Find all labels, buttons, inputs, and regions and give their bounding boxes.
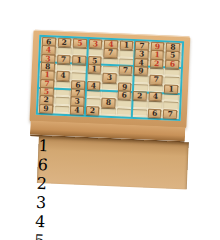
number-tile-2[interactable]: 2 xyxy=(133,91,147,101)
number-tile-6[interactable]: 6 xyxy=(165,59,179,69)
board-frame: 6253417984731537154268179143776491576242… xyxy=(30,30,191,129)
cell-r1c2[interactable]: 2 xyxy=(57,39,72,47)
cell-r7c8[interactable]: 4 xyxy=(148,93,163,101)
number-tile-3[interactable]: 3 xyxy=(103,73,117,83)
number-tile-5[interactable]: 5 xyxy=(73,38,87,48)
cell-r4c4[interactable]: 1 xyxy=(87,65,102,73)
cell-r7c6[interactable]: 6 xyxy=(117,91,132,99)
number-tile-4[interactable]: 4 xyxy=(56,71,70,81)
cell-r9c6 xyxy=(117,108,132,116)
cell-r2c5[interactable]: 7 xyxy=(104,49,119,57)
cell-r5c8[interactable]: 7 xyxy=(149,76,164,84)
cell-r8c7 xyxy=(133,100,148,108)
sudoku-grid: 6253417984731537154268179143776491576242… xyxy=(38,37,182,119)
cell-r3c9[interactable]: 6 xyxy=(165,60,180,68)
cell-r5c7 xyxy=(134,75,149,83)
cell-r8c2 xyxy=(55,97,70,105)
cell-r9c3[interactable]: 4 xyxy=(70,106,85,114)
number-tile-7[interactable]: 7 xyxy=(118,65,132,75)
number-tile-1[interactable]: 1 xyxy=(87,64,101,74)
board-surface: 6253417984731537154268179143776491576242… xyxy=(36,35,184,121)
cell-r9c1[interactable]: 9 xyxy=(39,105,54,113)
cell-r8c6 xyxy=(117,100,132,108)
drawer-tray[interactable]: 162345967829 xyxy=(37,136,189,189)
cell-r5c5[interactable]: 3 xyxy=(103,74,118,82)
number-tile-1[interactable]: 1 xyxy=(119,40,133,50)
cell-r8c5[interactable]: 8 xyxy=(101,99,116,107)
number-tile-7[interactable]: 7 xyxy=(149,75,163,85)
number-tile-9[interactable]: 9 xyxy=(134,66,148,76)
cell-r4c9 xyxy=(165,68,180,76)
cell-r9c7 xyxy=(132,109,147,117)
cell-r6c9[interactable]: 1 xyxy=(164,85,179,93)
cell-r9c9[interactable]: 7 xyxy=(163,110,178,118)
cell-r3c2[interactable]: 7 xyxy=(57,55,72,63)
number-tile-2[interactable]: 2 xyxy=(57,38,71,48)
drawer-tile-stacks: 162345967829 xyxy=(29,136,189,220)
number-tile-2[interactable]: 2 xyxy=(86,106,100,116)
number-tile-4[interactable]: 4 xyxy=(70,105,84,115)
sudoku-wooden-set-photo: 6253417984731537154268179143776491576242… xyxy=(0,0,220,220)
cell-r7c7[interactable]: 2 xyxy=(133,92,148,100)
cell-r3c8[interactable]: 2 xyxy=(150,59,165,67)
number-tile-1[interactable]: 1 xyxy=(72,55,86,65)
drawer-front-panel[interactable] xyxy=(5,0,220,5)
number-tile-3[interactable]: 3 xyxy=(88,39,102,49)
number-tile-6[interactable]: 6 xyxy=(117,90,131,100)
cell-r2c6 xyxy=(119,50,134,58)
cell-r1c4[interactable]: 3 xyxy=(88,40,103,48)
number-tile-4[interactable]: 4 xyxy=(87,81,101,91)
number-tile-7[interactable]: 7 xyxy=(163,109,177,119)
cell-r1c6[interactable]: 1 xyxy=(120,41,135,49)
cell-r9c8[interactable]: 6 xyxy=(148,109,163,117)
cell-r9c4[interactable]: 2 xyxy=(86,107,101,115)
cell-r1c3[interactable]: 5 xyxy=(73,39,88,47)
cell-r9c5 xyxy=(101,107,116,115)
number-tile-8[interactable]: 8 xyxy=(101,98,115,108)
cell-r4c6[interactable]: 7 xyxy=(118,66,133,74)
cell-r4c7[interactable]: 9 xyxy=(134,67,149,75)
number-tile-4[interactable]: 4 xyxy=(148,92,162,102)
cell-r4c3 xyxy=(72,64,87,72)
cell-r5c2[interactable]: 4 xyxy=(56,72,71,80)
cell-r6c4[interactable]: 4 xyxy=(87,82,102,90)
number-tile-2[interactable]: 2 xyxy=(150,58,164,68)
cell-r3c3[interactable]: 1 xyxy=(72,56,87,64)
number-tile-6[interactable]: 6 xyxy=(148,108,162,118)
drawer-stack-2: 62 xyxy=(36,155,188,200)
number-tile-9[interactable]: 9 xyxy=(39,104,53,114)
number-tile-1[interactable]: 1 xyxy=(164,84,178,94)
cell-r9c2 xyxy=(54,105,69,113)
number-tile-7[interactable]: 7 xyxy=(104,48,118,58)
number-tile-7[interactable]: 7 xyxy=(57,54,71,64)
